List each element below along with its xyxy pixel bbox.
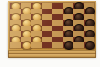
board-box-front	[8, 50, 96, 58]
board-grid	[10, 3, 94, 48]
board-frame	[8, 1, 96, 50]
checker-piece-dark[interactable]	[85, 41, 95, 50]
board-square[interactable]	[63, 42, 74, 48]
board-square[interactable]	[73, 42, 84, 48]
board-square[interactable]	[42, 42, 53, 48]
checkers-board	[8, 1, 96, 57]
board-square[interactable]	[31, 42, 42, 48]
photo-background	[0, 0, 100, 67]
board-square[interactable]	[52, 42, 63, 48]
box-hinge-seam	[8, 53, 96, 54]
board-square[interactable]	[84, 42, 95, 48]
board-square[interactable]	[21, 42, 32, 48]
board-square[interactable]	[10, 42, 21, 48]
